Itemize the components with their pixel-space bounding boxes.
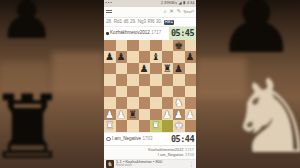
square-f1[interactable] [162,120,174,132]
move-token[interactable]: 28. [106,20,112,25]
square-c4[interactable] [127,86,139,98]
bottom-player-name: I am_Negative [112,137,141,142]
top-player-name: Kozhakhmetov2012 [110,31,150,36]
white-king-g1[interactable]: ♚ [174,121,183,131]
battery-icon: ▮ [183,1,185,5]
wifi-icon: ◢ [178,1,181,5]
blurred-black-rook-icon: ♜ [0,84,67,168]
video-frame: ♟ ♜ ♟ ♞ ▪ ▪ ▪ 2.39KB/s ◢ ▮ 4:34 ⌕ ✕ ✎ Ne… [0,0,300,168]
square-d3[interactable] [139,97,151,109]
square-c5[interactable] [127,74,139,86]
black-rook-c2[interactable]: ♜ [128,110,137,120]
black-rook-f6[interactable]: ♜ [163,64,172,74]
move-token[interactable]: Ng3 [138,20,146,25]
players-panel: Kozhakhmetov2012 1717 I am_Negative 1703 [104,145,196,160]
panel-player-value: 1703 [185,153,194,157]
square-e5[interactable] [150,74,162,86]
blurred-white-knight-icon: ♞ [226,66,300,168]
square-d6[interactable]: ♟ [139,63,151,75]
black-bishop-e7[interactable]: ♝ [151,52,160,62]
close-icon[interactable]: ✕ [169,9,174,15]
square-g8[interactable]: ♚ [173,40,185,52]
square-h1[interactable] [185,120,197,132]
white-pawn-g2[interactable]: ♟ [174,110,183,120]
square-h7[interactable]: ♟ [185,51,197,63]
square-b4[interactable] [116,86,128,98]
square-c6[interactable] [127,63,139,75]
black-king-g8[interactable]: ♚ [174,41,183,51]
top-player-rating: 1717 [151,31,161,36]
edit-icon[interactable]: ✎ [176,9,181,15]
white-pawn-b2[interactable]: ♟ [117,110,126,120]
square-e2[interactable] [150,109,162,121]
square-g1[interactable]: ♚ [173,120,185,132]
search-icon[interactable]: ⌕ [164,9,167,15]
app-toolbar: ⌕ ✕ ✎ Next? [104,7,196,19]
white-knight-g3[interactable]: ♞ [174,98,183,108]
video-info-bar[interactable]: ♞ 5-1 • Kozhakhmetov • 800 Hard work ⋮ [104,160,196,168]
move-token[interactable]: Rd1 [114,20,122,25]
square-f2[interactable]: ♟ [162,109,174,121]
top-player-row: Kozhakhmetov2012 1717 05:45 [104,27,196,40]
square-c1[interactable] [127,120,139,132]
square-e7[interactable]: ♝ [150,51,162,63]
network-speed: 2.39KB/s [161,1,177,5]
square-f3[interactable] [162,97,174,109]
black-pawn-b7[interactable]: ♟ [117,52,126,62]
move-token[interactable]: 29. [130,20,136,25]
square-a8[interactable] [104,40,116,52]
square-e6[interactable] [150,63,162,75]
white-pawn-a2[interactable]: ♟ [105,110,114,120]
knight-app-icon: ♞ [106,160,114,168]
square-a2[interactable]: ♟ [104,109,116,121]
panel-row[interactable]: I am_Negative 1703 [158,153,194,157]
square-e8[interactable] [150,40,162,52]
panel-row[interactable]: Kozhakhmetov2012 1717 [148,148,194,152]
black-pawn-g6[interactable]: ♟ [174,64,183,74]
square-e1[interactable]: ♜ [150,120,162,132]
square-a7[interactable]: ♟ [104,51,116,63]
square-d4[interactable] [139,86,151,98]
toolbar-action-label[interactable]: Next? [184,10,194,14]
move-token[interactable]: Rf6 [148,20,155,25]
status-left-icons: ▪ ▪ ▪ [106,1,112,5]
menu-icon[interactable] [106,10,112,15]
square-c2[interactable]: ♜ [127,109,139,121]
square-f7[interactable] [162,51,174,63]
square-h5[interactable] [185,74,197,86]
square-b8[interactable] [116,40,128,52]
top-player-clock: 05:45 [169,27,196,40]
square-b2[interactable]: ♟ [116,109,128,121]
panel-player-value: 1717 [185,148,194,152]
bottom-player-rating: 1703 [143,137,153,142]
square-g2[interactable]: ♟ [173,109,185,121]
info-subtitle: Hard work [116,164,162,168]
square-b5[interactable] [116,74,128,86]
square-c8[interactable] [127,40,139,52]
square-a6[interactable] [104,63,116,75]
white-player-color-dot [106,137,111,142]
square-e4[interactable] [150,86,162,98]
square-e3[interactable] [150,97,162,109]
square-h8[interactable] [185,40,197,52]
white-rook-a1[interactable]: ♜ [105,121,114,131]
white-rook-e1[interactable]: ♜ [151,121,160,131]
move-token[interactable]: Re1 [164,20,174,26]
square-d7[interactable] [139,51,151,63]
square-d1[interactable] [139,120,151,132]
white-pawn-h2[interactable]: ♟ [186,110,195,120]
black-pawn-h7[interactable]: ♟ [186,52,195,62]
square-g3[interactable]: ♞ [173,97,185,109]
move-list[interactable]: 28.Rd1d629.Ng3Rf630.Re1 [104,18,196,27]
square-h2[interactable]: ♟ [185,109,197,121]
square-c7[interactable] [127,51,139,63]
square-d5[interactable] [139,74,151,86]
square-d8[interactable] [139,40,151,52]
square-b1[interactable] [116,120,128,132]
square-a5[interactable] [104,74,116,86]
bottom-player-clock: 05:44 [169,133,196,146]
square-f6[interactable]: ♜ [162,63,174,75]
panel-player-name: I am_Negative [158,153,184,157]
letterbox-left: ♟ ♜ [0,0,104,168]
square-d2[interactable] [139,109,151,121]
square-b7[interactable]: ♟ [116,51,128,63]
square-g7[interactable] [173,51,185,63]
square-h3[interactable] [185,97,197,109]
square-b6[interactable] [116,63,128,75]
chess-board: ♚♟♟♝♟♟♜♟♞♟♟♜♟♟♟♜♜♚ [104,40,196,132]
square-h4[interactable] [185,86,197,98]
status-bar: ▪ ▪ ▪ 2.39KB/s ◢ ▮ 4:34 [104,0,196,7]
square-f5[interactable] [162,74,174,86]
black-player-color-dot [106,32,109,35]
square-f8[interactable] [162,40,174,52]
kebab-menu-icon[interactable]: ⋮ [189,161,194,167]
square-c3[interactable] [127,97,139,109]
square-a3[interactable] [104,97,116,109]
chess-app-screen: ▪ ▪ ▪ 2.39KB/s ◢ ▮ 4:34 ⌕ ✕ ✎ Next? 28.R… [104,0,196,168]
square-b3[interactable] [116,97,128,109]
square-g5[interactable] [173,74,185,86]
square-a4[interactable] [104,86,116,98]
square-g6[interactable]: ♟ [173,63,185,75]
square-a1[interactable]: ♜ [104,120,116,132]
status-time: 4:34 [187,1,195,5]
letterbox-right: ♟ ♞ [196,0,300,168]
panel-player-name: Kozhakhmetov2012 [148,148,183,152]
move-token[interactable]: d6 [124,20,129,25]
black-pawn-d6[interactable]: ♟ [140,64,149,74]
square-h6[interactable] [185,63,197,75]
bottom-player-row: I am_Negative 1703 05:44 [104,132,196,146]
blurred-black-pawn-icon: ♟ [0,0,55,48]
square-f4[interactable] [162,86,174,98]
square-g4[interactable] [173,86,185,98]
move-token[interactable]: 30. [156,20,162,25]
black-pawn-a7[interactable]: ♟ [105,52,114,62]
white-pawn-f2[interactable]: ♟ [163,110,172,120]
